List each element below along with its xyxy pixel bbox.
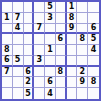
cell-r7c3[interactable]: 6 bbox=[24, 67, 35, 78]
cell-r6c5[interactable] bbox=[45, 56, 56, 67]
cell-r3c8[interactable] bbox=[77, 24, 88, 35]
cell-r4c5[interactable] bbox=[45, 34, 56, 45]
cell-r8c5[interactable]: 6 bbox=[45, 77, 56, 88]
cell-r8c7[interactable] bbox=[67, 77, 78, 88]
cell-r7c1[interactable]: 7 bbox=[2, 67, 13, 78]
cell-r4c8[interactable]: 8 bbox=[77, 34, 88, 45]
cell-r4c4[interactable] bbox=[34, 34, 45, 45]
cell-r1c8[interactable] bbox=[77, 2, 88, 13]
cell-r2c4[interactable] bbox=[34, 13, 45, 24]
cell-r9c4[interactable] bbox=[34, 88, 45, 99]
cell-r1c3[interactable] bbox=[24, 2, 35, 13]
cell-r1c9[interactable] bbox=[88, 2, 99, 13]
cell-r8c6[interactable] bbox=[56, 77, 67, 88]
cell-r2c7[interactable]: 8 bbox=[67, 13, 78, 24]
cell-r9c2[interactable] bbox=[13, 88, 24, 99]
cell-r4c6[interactable]: 6 bbox=[56, 34, 67, 45]
cell-r2c2[interactable]: 7 bbox=[13, 13, 24, 24]
cell-r9c8[interactable] bbox=[77, 88, 88, 99]
cell-r9c3[interactable]: 5 bbox=[24, 88, 35, 99]
cell-r7c6[interactable]: 8 bbox=[56, 67, 67, 78]
cell-r8c1[interactable] bbox=[2, 77, 13, 88]
cell-r6c1[interactable]: 6 bbox=[2, 56, 13, 67]
cell-r5c1[interactable]: 8 bbox=[2, 45, 13, 56]
cell-r4c1[interactable] bbox=[2, 34, 13, 45]
cell-r1c2[interactable] bbox=[13, 2, 24, 13]
cell-r1c1[interactable] bbox=[2, 2, 13, 13]
cell-r7c2[interactable] bbox=[13, 67, 24, 78]
cell-r2c6[interactable] bbox=[56, 13, 67, 24]
cell-r3c7[interactable]: 9 bbox=[67, 24, 78, 35]
cell-r1c7[interactable]: 1 bbox=[67, 2, 78, 13]
cell-r1c5[interactable]: 5 bbox=[45, 2, 56, 13]
cell-r7c4[interactable] bbox=[34, 67, 45, 78]
cell-r9c6[interactable] bbox=[56, 88, 67, 99]
cell-r2c1[interactable]: 1 bbox=[2, 13, 13, 24]
cell-r8c4[interactable] bbox=[34, 77, 45, 88]
cell-r6c6[interactable] bbox=[56, 56, 67, 67]
cell-r2c3[interactable] bbox=[24, 13, 35, 24]
cell-r5c9[interactable]: 4 bbox=[88, 45, 99, 56]
cell-r3c2[interactable]: 4 bbox=[13, 24, 24, 35]
cell-r3c6[interactable] bbox=[56, 24, 67, 35]
cell-r5c7[interactable] bbox=[67, 45, 78, 56]
cell-r5c3[interactable] bbox=[24, 45, 35, 56]
cell-r3c1[interactable] bbox=[2, 24, 13, 35]
cell-r3c4[interactable]: 7 bbox=[34, 24, 45, 35]
cell-r7c7[interactable] bbox=[67, 67, 78, 78]
cell-r9c1[interactable] bbox=[2, 88, 13, 99]
cell-r8c2[interactable] bbox=[13, 77, 24, 88]
cell-r5c2[interactable] bbox=[13, 45, 24, 56]
cell-r2c9[interactable] bbox=[88, 13, 99, 24]
cell-r5c5[interactable]: 1 bbox=[45, 45, 56, 56]
cell-r7c8[interactable]: 2 bbox=[77, 67, 88, 78]
cell-r6c4[interactable]: 3 bbox=[34, 56, 45, 67]
cell-r4c2[interactable] bbox=[13, 34, 24, 45]
cell-r6c8[interactable] bbox=[77, 56, 88, 67]
cell-r7c9[interactable] bbox=[88, 67, 99, 78]
cell-r8c9[interactable]: 8 bbox=[88, 77, 99, 88]
cell-r8c3[interactable]: 2 bbox=[24, 77, 35, 88]
cell-r8c8[interactable]: 9 bbox=[77, 77, 88, 88]
cell-r6c9[interactable] bbox=[88, 56, 99, 67]
cell-r7c5[interactable] bbox=[45, 67, 56, 78]
cell-r6c3[interactable] bbox=[24, 56, 35, 67]
cell-r2c8[interactable] bbox=[77, 13, 88, 24]
cell-r9c9[interactable] bbox=[88, 88, 99, 99]
cell-r1c4[interactable] bbox=[34, 2, 45, 13]
cell-r3c3[interactable] bbox=[24, 24, 35, 35]
cell-r2c5[interactable]: 3 bbox=[45, 13, 56, 24]
cell-r4c9[interactable]: 5 bbox=[88, 34, 99, 45]
cell-r9c7[interactable] bbox=[67, 88, 78, 99]
cell-r6c7[interactable] bbox=[67, 56, 78, 67]
cell-r5c4[interactable] bbox=[34, 45, 45, 56]
cell-r9c5[interactable]: 4 bbox=[45, 88, 56, 99]
cell-r3c5[interactable] bbox=[45, 24, 56, 35]
cell-r4c7[interactable] bbox=[67, 34, 78, 45]
cell-r3c9[interactable]: 6 bbox=[88, 24, 99, 35]
cell-r6c2[interactable]: 5 bbox=[13, 56, 24, 67]
cell-r5c6[interactable] bbox=[56, 45, 67, 56]
sudoku-board: 51173847966858146537682269854 bbox=[0, 0, 101, 101]
cell-r5c8[interactable] bbox=[77, 45, 88, 56]
cell-r4c3[interactable] bbox=[24, 34, 35, 45]
cell-r1c6[interactable] bbox=[56, 2, 67, 13]
